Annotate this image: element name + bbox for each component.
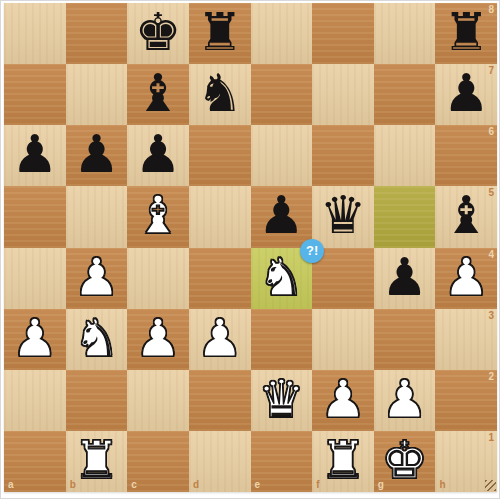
- white-king[interactable]: ♚: [381, 434, 428, 486]
- square-b5[interactable]: [66, 186, 128, 247]
- square-d7[interactable]: ♞: [189, 64, 251, 125]
- file-label-e: e: [255, 480, 261, 490]
- square-g7[interactable]: [374, 64, 436, 125]
- square-b6[interactable]: ♟: [66, 125, 128, 186]
- white-pawn[interactable]: ♟: [320, 373, 367, 425]
- square-e8[interactable]: [251, 3, 313, 64]
- file-label-g: g: [378, 480, 384, 490]
- square-c4[interactable]: [127, 248, 189, 309]
- square-d8[interactable]: ♜: [189, 3, 251, 64]
- square-a5[interactable]: [4, 186, 66, 247]
- chess-board: ♚♜♜8♝♞♟7♟♟♟6♝♟♛♝5♟♞♟♟4♟♞♟♟3♛♟♟2a♜bcde♜f♚…: [4, 3, 497, 492]
- square-h4[interactable]: ♟4: [435, 248, 497, 309]
- square-c7[interactable]: ♝: [127, 64, 189, 125]
- black-pawn[interactable]: ♟: [135, 128, 182, 180]
- white-pawn[interactable]: ♟: [196, 312, 243, 364]
- square-a2[interactable]: [4, 370, 66, 431]
- white-rook[interactable]: ♜: [73, 434, 120, 486]
- square-b8[interactable]: [66, 3, 128, 64]
- move-annotation-badge: ?!: [300, 239, 324, 263]
- square-d5[interactable]: [189, 186, 251, 247]
- square-f2[interactable]: ♟: [312, 370, 374, 431]
- square-h8[interactable]: ♜8: [435, 3, 497, 64]
- square-b7[interactable]: [66, 64, 128, 125]
- square-g6[interactable]: [374, 125, 436, 186]
- square-a6[interactable]: ♟: [4, 125, 66, 186]
- file-label-a: a: [8, 480, 14, 490]
- square-b1[interactable]: ♜b: [66, 431, 128, 492]
- black-pawn[interactable]: ♟: [443, 67, 490, 119]
- square-c2[interactable]: [127, 370, 189, 431]
- white-bishop[interactable]: ♝: [135, 189, 182, 241]
- square-e1[interactable]: e: [251, 431, 313, 492]
- square-e2[interactable]: ♛: [251, 370, 313, 431]
- square-f5[interactable]: ♛: [312, 186, 374, 247]
- black-rook[interactable]: ♜: [196, 6, 243, 58]
- square-a4[interactable]: [4, 248, 66, 309]
- board-frame: ♚♜♜8♝♞♟7♟♟♟6♝♟♛♝5♟♞♟♟4♟♞♟♟3♛♟♟2a♜bcde♜f♚…: [0, 0, 500, 499]
- square-d4[interactable]: [189, 248, 251, 309]
- rank-label-5: 5: [488, 188, 494, 198]
- black-bishop[interactable]: ♝: [443, 189, 490, 241]
- square-f6[interactable]: [312, 125, 374, 186]
- white-knight[interactable]: ♞: [258, 251, 305, 303]
- black-knight[interactable]: ♞: [196, 67, 243, 119]
- rank-label-8: 8: [488, 5, 494, 15]
- square-g5[interactable]: [374, 186, 436, 247]
- square-c3[interactable]: ♟: [127, 309, 189, 370]
- white-pawn[interactable]: ♟: [381, 373, 428, 425]
- square-e6[interactable]: [251, 125, 313, 186]
- file-label-c: c: [131, 480, 137, 490]
- square-f7[interactable]: [312, 64, 374, 125]
- board-resize-handle[interactable]: [485, 480, 496, 491]
- rank-label-6: 6: [488, 127, 494, 137]
- square-a8[interactable]: [4, 3, 66, 64]
- rank-label-7: 7: [488, 66, 494, 76]
- square-d2[interactable]: [189, 370, 251, 431]
- square-b2[interactable]: [66, 370, 128, 431]
- square-h3[interactable]: 3: [435, 309, 497, 370]
- white-pawn[interactable]: ♟: [12, 312, 59, 364]
- black-bishop[interactable]: ♝: [135, 67, 182, 119]
- file-label-f: f: [316, 480, 319, 490]
- square-d6[interactable]: [189, 125, 251, 186]
- square-b3[interactable]: ♞: [66, 309, 128, 370]
- square-g8[interactable]: [374, 3, 436, 64]
- rank-label-1: 1: [488, 433, 494, 443]
- square-h7[interactable]: ♟7: [435, 64, 497, 125]
- square-g4[interactable]: ♟: [374, 248, 436, 309]
- square-b4[interactable]: ♟: [66, 248, 128, 309]
- file-label-d: d: [193, 480, 199, 490]
- square-g1[interactable]: ♚g: [374, 431, 436, 492]
- black-queen[interactable]: ♛: [320, 189, 367, 241]
- square-g2[interactable]: ♟: [374, 370, 436, 431]
- black-pawn[interactable]: ♟: [73, 128, 120, 180]
- white-pawn[interactable]: ♟: [73, 251, 120, 303]
- rank-label-2: 2: [488, 372, 494, 382]
- square-f3[interactable]: [312, 309, 374, 370]
- black-king[interactable]: ♚: [135, 6, 182, 58]
- square-e3[interactable]: [251, 309, 313, 370]
- square-f8[interactable]: [312, 3, 374, 64]
- black-pawn[interactable]: ♟: [381, 251, 428, 303]
- square-g3[interactable]: [374, 309, 436, 370]
- file-label-h: h: [439, 480, 445, 490]
- black-rook[interactable]: ♜: [443, 6, 490, 58]
- white-queen[interactable]: ♛: [258, 373, 305, 425]
- square-c5[interactable]: ♝: [127, 186, 189, 247]
- white-pawn[interactable]: ♟: [135, 312, 182, 364]
- white-pawn[interactable]: ♟: [443, 251, 490, 303]
- square-h2[interactable]: 2: [435, 370, 497, 431]
- square-d3[interactable]: ♟: [189, 309, 251, 370]
- white-knight[interactable]: ♞: [73, 312, 120, 364]
- square-h6[interactable]: 6: [435, 125, 497, 186]
- square-e7[interactable]: [251, 64, 313, 125]
- square-f1[interactable]: ♜f: [312, 431, 374, 492]
- square-a1[interactable]: a: [4, 431, 66, 492]
- square-c8[interactable]: ♚: [127, 3, 189, 64]
- white-rook[interactable]: ♜: [320, 434, 367, 486]
- black-pawn[interactable]: ♟: [12, 128, 59, 180]
- rank-label-3: 3: [488, 311, 494, 321]
- square-e5[interactable]: ♟: [251, 186, 313, 247]
- square-h5[interactable]: ♝5: [435, 186, 497, 247]
- square-d1[interactable]: d: [189, 431, 251, 492]
- square-a3[interactable]: ♟: [4, 309, 66, 370]
- black-pawn[interactable]: ♟: [258, 189, 305, 241]
- file-label-b: b: [70, 480, 76, 490]
- square-c6[interactable]: ♟: [127, 125, 189, 186]
- square-a7[interactable]: [4, 64, 66, 125]
- rank-label-4: 4: [488, 250, 494, 260]
- square-c1[interactable]: c: [127, 431, 189, 492]
